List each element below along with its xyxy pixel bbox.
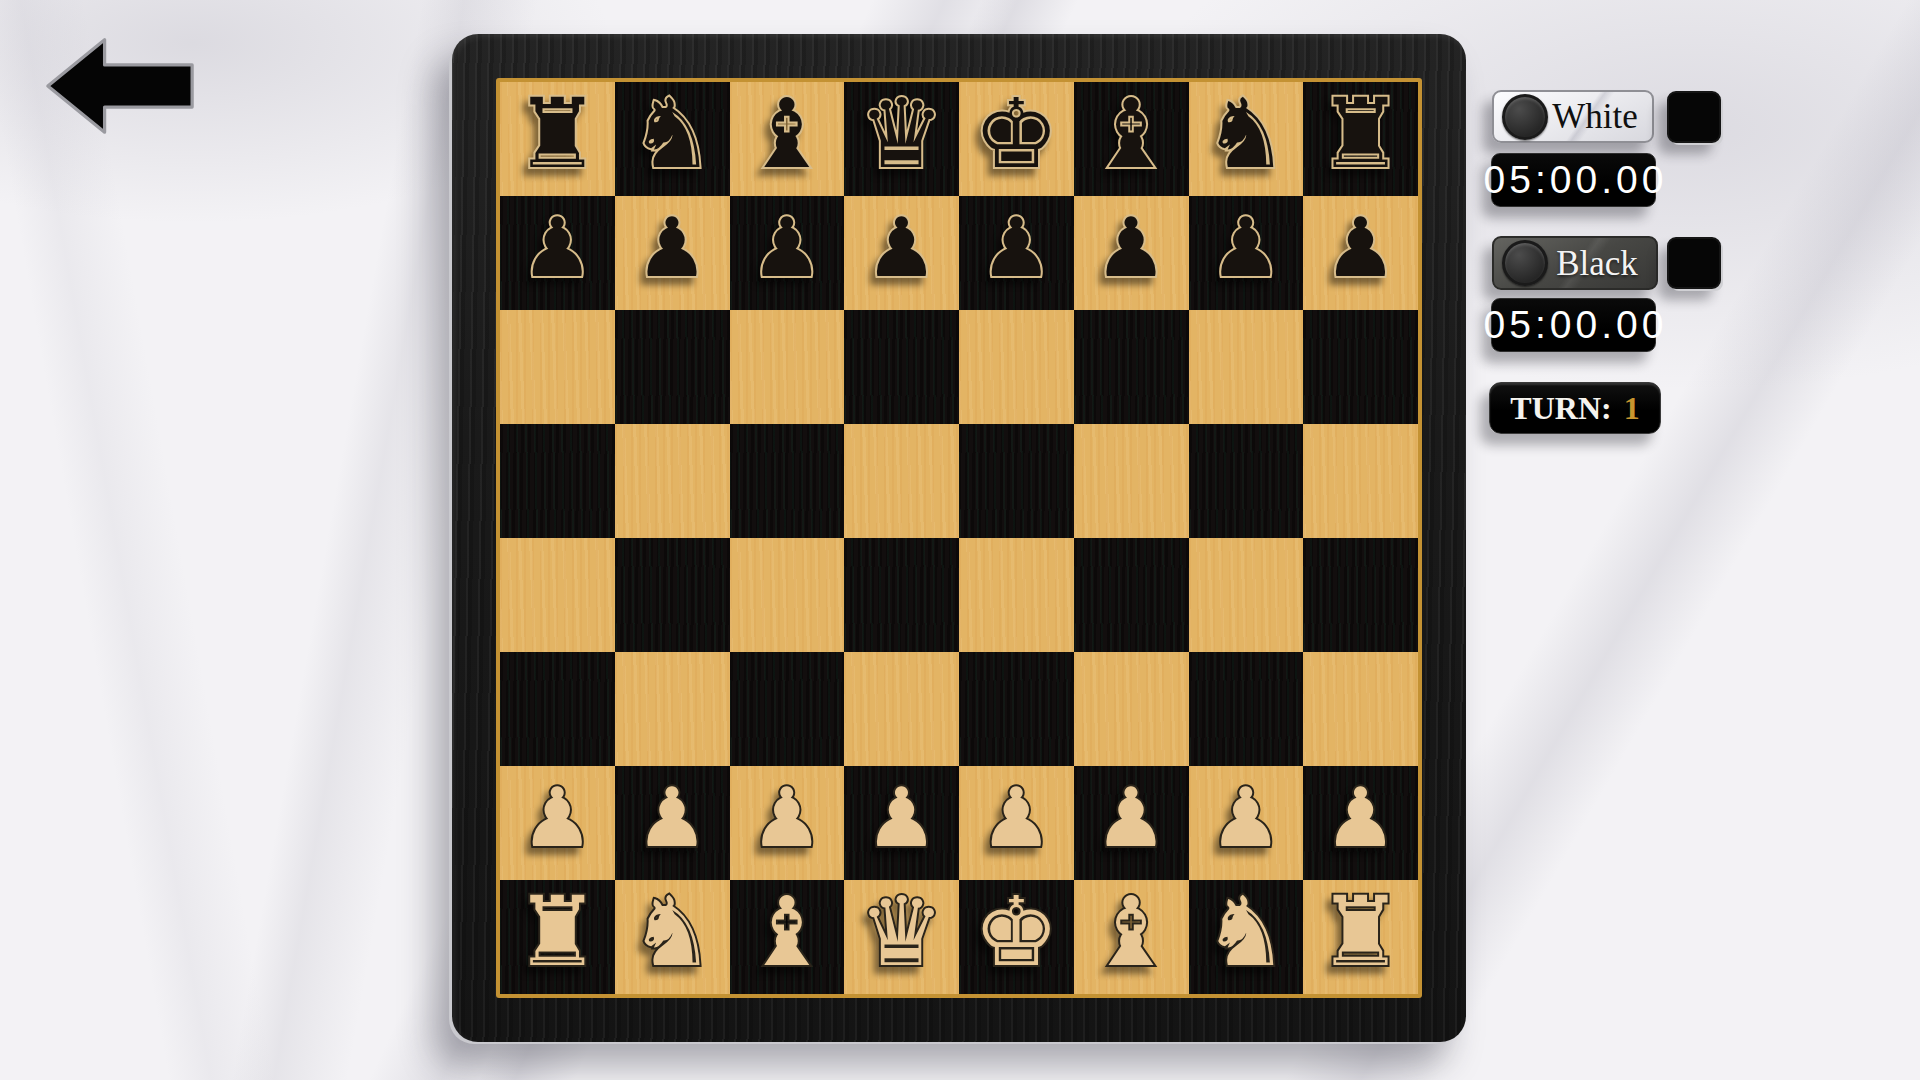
- piece-black-bishop[interactable]: ♝: [744, 86, 830, 182]
- square-b1[interactable]: ♞: [615, 880, 730, 994]
- piece-black-rook[interactable]: ♜: [1318, 86, 1404, 182]
- square-g5[interactable]: [1189, 424, 1304, 538]
- square-c7[interactable]: ♟: [730, 196, 845, 310]
- piece-white-bishop[interactable]: ♝: [1088, 884, 1174, 980]
- square-f7[interactable]: ♟: [1074, 196, 1189, 310]
- square-d8[interactable]: ♛: [844, 82, 959, 196]
- piece-white-pawn[interactable]: ♟: [1324, 777, 1398, 859]
- square-d6[interactable]: [844, 310, 959, 424]
- square-f2[interactable]: ♟: [1074, 766, 1189, 880]
- square-f5[interactable]: [1074, 424, 1189, 538]
- square-g3[interactable]: [1189, 652, 1304, 766]
- piece-white-bishop[interactable]: ♝: [744, 884, 830, 980]
- square-d2[interactable]: ♟: [844, 766, 959, 880]
- square-e7[interactable]: ♟: [959, 196, 1074, 310]
- piece-black-pawn[interactable]: ♟: [521, 207, 595, 289]
- white-player-label: White: [1548, 99, 1642, 134]
- black-player-label: Black: [1548, 246, 1646, 281]
- square-f3[interactable]: [1074, 652, 1189, 766]
- left-arrow-icon: [43, 33, 197, 139]
- piece-black-king[interactable]: ♚: [973, 86, 1059, 182]
- piece-white-pawn[interactable]: ♟: [865, 777, 939, 859]
- square-b2[interactable]: ♟: [615, 766, 730, 880]
- square-d3[interactable]: [844, 652, 959, 766]
- square-c4[interactable]: [730, 538, 845, 652]
- square-g6[interactable]: [1189, 310, 1304, 424]
- piece-white-knight[interactable]: ♞: [1203, 884, 1289, 980]
- white-player-button[interactable]: White: [1492, 90, 1654, 143]
- piece-black-bishop[interactable]: ♝: [1088, 86, 1174, 182]
- chess-board[interactable]: ♜♞♝♛♚♝♞♜♟♟♟♟♟♟♟♟♟♟♟♟♟♟♟♟♜♞♝♛♚♝♞♜: [500, 82, 1418, 994]
- square-g8[interactable]: ♞: [1189, 82, 1304, 196]
- square-e5[interactable]: [959, 424, 1074, 538]
- square-d5[interactable]: [844, 424, 959, 538]
- piece-black-pawn[interactable]: ♟: [980, 207, 1054, 289]
- piece-black-pawn[interactable]: ♟: [1094, 207, 1168, 289]
- square-e4[interactable]: [959, 538, 1074, 652]
- square-a3[interactable]: [500, 652, 615, 766]
- square-b8[interactable]: ♞: [615, 82, 730, 196]
- square-g7[interactable]: ♟: [1189, 196, 1304, 310]
- square-h8[interactable]: ♜: [1303, 82, 1418, 196]
- square-e2[interactable]: ♟: [959, 766, 1074, 880]
- piece-white-pawn[interactable]: ♟: [521, 777, 595, 859]
- square-a1[interactable]: ♜: [500, 880, 615, 994]
- square-f6[interactable]: [1074, 310, 1189, 424]
- piece-black-pawn[interactable]: ♟: [1324, 207, 1398, 289]
- square-d1[interactable]: ♛: [844, 880, 959, 994]
- turn-label: TURN:: [1510, 390, 1611, 427]
- square-h5[interactable]: [1303, 424, 1418, 538]
- white-color-square-button[interactable]: [1667, 91, 1721, 143]
- white-timer-value: 05:00.00: [1484, 158, 1668, 202]
- square-h3[interactable]: [1303, 652, 1418, 766]
- piece-black-queen[interactable]: ♛: [859, 86, 945, 182]
- square-c8[interactable]: ♝: [730, 82, 845, 196]
- piece-white-pawn[interactable]: ♟: [980, 777, 1054, 859]
- piece-white-pawn[interactable]: ♟: [635, 777, 709, 859]
- square-a5[interactable]: [500, 424, 615, 538]
- square-d7[interactable]: ♟: [844, 196, 959, 310]
- white-radio-circle-icon[interactable]: [1502, 94, 1548, 140]
- square-c1[interactable]: ♝: [730, 880, 845, 994]
- piece-black-pawn[interactable]: ♟: [865, 207, 939, 289]
- square-e6[interactable]: [959, 310, 1074, 424]
- square-c2[interactable]: ♟: [730, 766, 845, 880]
- piece-white-queen[interactable]: ♛: [859, 884, 945, 980]
- square-a4[interactable]: [500, 538, 615, 652]
- piece-white-king[interactable]: ♚: [973, 884, 1059, 980]
- black-radio-circle-icon[interactable]: [1502, 240, 1548, 286]
- piece-black-pawn[interactable]: ♟: [750, 207, 824, 289]
- square-c5[interactable]: [730, 424, 845, 538]
- square-c6[interactable]: [730, 310, 845, 424]
- black-timer-value: 05:00.00: [1484, 303, 1668, 347]
- square-a8[interactable]: ♜: [500, 82, 615, 196]
- piece-white-pawn[interactable]: ♟: [1094, 777, 1168, 859]
- piece-black-rook[interactable]: ♜: [514, 86, 600, 182]
- square-e3[interactable]: [959, 652, 1074, 766]
- piece-black-knight[interactable]: ♞: [1203, 86, 1289, 182]
- turn-indicator: TURN: 1: [1489, 382, 1661, 434]
- piece-white-pawn[interactable]: ♟: [1209, 777, 1283, 859]
- white-timer: 05:00.00: [1491, 153, 1656, 207]
- square-h4[interactable]: [1303, 538, 1418, 652]
- piece-white-rook[interactable]: ♜: [514, 884, 600, 980]
- square-a6[interactable]: [500, 310, 615, 424]
- piece-black-pawn[interactable]: ♟: [635, 207, 709, 289]
- square-g4[interactable]: [1189, 538, 1304, 652]
- chess-board-frame: ♜♞♝♛♚♝♞♜♟♟♟♟♟♟♟♟♟♟♟♟♟♟♟♟♜♞♝♛♚♝♞♜: [452, 34, 1466, 1042]
- square-a7[interactable]: ♟: [500, 196, 615, 310]
- black-timer: 05:00.00: [1491, 298, 1656, 352]
- square-h2[interactable]: ♟: [1303, 766, 1418, 880]
- square-h1[interactable]: ♜: [1303, 880, 1418, 994]
- piece-black-pawn[interactable]: ♟: [1209, 207, 1283, 289]
- square-e1[interactable]: ♚: [959, 880, 1074, 994]
- square-b6[interactable]: [615, 310, 730, 424]
- square-b4[interactable]: [615, 538, 730, 652]
- square-f4[interactable]: [1074, 538, 1189, 652]
- square-e8[interactable]: ♚: [959, 82, 1074, 196]
- piece-white-rook[interactable]: ♜: [1318, 884, 1404, 980]
- black-color-square-button[interactable]: [1667, 237, 1721, 289]
- square-a2[interactable]: ♟: [500, 766, 615, 880]
- square-f1[interactable]: ♝: [1074, 880, 1189, 994]
- back-button[interactable]: [43, 33, 197, 139]
- piece-white-knight[interactable]: ♞: [629, 884, 715, 980]
- square-f8[interactable]: ♝: [1074, 82, 1189, 196]
- square-b3[interactable]: [615, 652, 730, 766]
- square-h6[interactable]: [1303, 310, 1418, 424]
- board-gold-trim: ♜♞♝♛♚♝♞♜♟♟♟♟♟♟♟♟♟♟♟♟♟♟♟♟♜♞♝♛♚♝♞♜: [496, 78, 1422, 998]
- square-b5[interactable]: [615, 424, 730, 538]
- square-d4[interactable]: [844, 538, 959, 652]
- square-g2[interactable]: ♟: [1189, 766, 1304, 880]
- piece-black-knight[interactable]: ♞: [629, 86, 715, 182]
- square-b7[interactable]: ♟: [615, 196, 730, 310]
- square-g1[interactable]: ♞: [1189, 880, 1304, 994]
- square-c3[interactable]: [730, 652, 845, 766]
- square-h7[interactable]: ♟: [1303, 196, 1418, 310]
- turn-number: 1: [1624, 390, 1640, 427]
- piece-white-pawn[interactable]: ♟: [750, 777, 824, 859]
- black-player-button[interactable]: Black: [1492, 236, 1658, 290]
